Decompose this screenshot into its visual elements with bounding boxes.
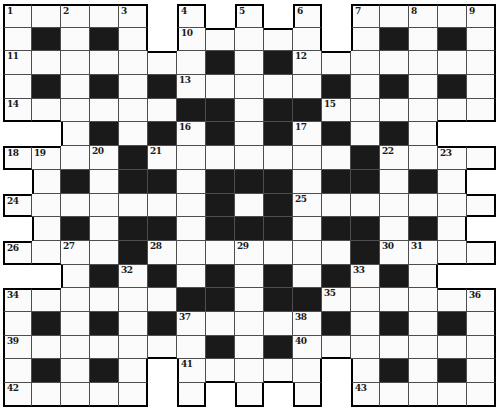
black-cell-r10-c15 <box>409 217 438 241</box>
letter-cell-r6-c11[interactable]: 17 <box>293 122 322 146</box>
letter-cell-r5-c1[interactable]: 14 <box>3 99 32 123</box>
letter-cell-r16-c8[interactable] <box>206 359 235 383</box>
letter-cell-r9-c7[interactable] <box>177 194 206 218</box>
letter-cell-r3-c4[interactable] <box>90 51 119 75</box>
letter-cell-r16-c13[interactable] <box>351 359 380 383</box>
black-cell-r12-c10 <box>264 265 293 289</box>
letter-cell-r2-c11[interactable] <box>293 28 322 52</box>
black-cell-r4-c12 <box>322 75 351 99</box>
letter-cell-r15-c15[interactable] <box>409 336 438 360</box>
letter-cell-r14-c1[interactable] <box>3 312 32 336</box>
clue-number-24: 24 <box>7 196 19 206</box>
letter-cell-r15-c12[interactable] <box>322 336 351 360</box>
letter-cell-r13-c3[interactable] <box>61 288 90 312</box>
letter-cell-r17-c9[interactable] <box>235 383 264 407</box>
letter-cell-r5-c6[interactable] <box>148 99 177 123</box>
letter-cell-r6-c13[interactable] <box>351 122 380 146</box>
letter-cell-r2-c1[interactable] <box>3 28 32 52</box>
letter-cell-r17-c7[interactable] <box>177 383 206 407</box>
black-cell-r8-c10 <box>264 170 293 194</box>
letter-cell-r17-c2[interactable] <box>32 383 61 407</box>
letter-cell-r15-c17[interactable] <box>467 336 496 360</box>
letter-cell-r2-c13[interactable] <box>351 28 380 52</box>
letter-cell-r5-c14[interactable] <box>380 99 409 123</box>
letter-cell-r13-c17[interactable]: 36 <box>467 288 496 312</box>
letter-cell-r9-c3[interactable] <box>61 194 90 218</box>
letter-cell-r5-c13[interactable] <box>351 99 380 123</box>
grid-cutout-r8-c17 <box>467 170 496 194</box>
letter-cell-r8-c14[interactable] <box>380 170 409 194</box>
letter-cell-r12-c9[interactable] <box>235 265 264 289</box>
black-cell-r10-c6 <box>148 217 177 241</box>
letter-cell-r2-c17[interactable] <box>467 28 496 52</box>
letter-cell-r16-c11[interactable] <box>293 359 322 383</box>
black-cell-r3-c10 <box>264 51 293 75</box>
letter-cell-r7-c7[interactable] <box>177 146 206 170</box>
letter-cell-r3-c5[interactable] <box>119 51 148 75</box>
letter-cell-r2-c5[interactable] <box>119 28 148 52</box>
letter-cell-r12-c11[interactable] <box>293 265 322 289</box>
letter-cell-r14-c7[interactable]: 37 <box>177 312 206 336</box>
letter-cell-r5-c12[interactable]: 15 <box>322 99 351 123</box>
letter-cell-r14-c15[interactable] <box>409 312 438 336</box>
letter-cell-r17-c17[interactable] <box>467 383 496 407</box>
grid-cutout-r2-c12 <box>322 28 351 52</box>
letter-cell-r11-c14[interactable]: 30 <box>380 241 409 265</box>
letter-cell-r16-c5[interactable] <box>119 359 148 383</box>
clue-number-13: 13 <box>179 75 191 85</box>
clue-number-17: 17 <box>295 122 307 132</box>
letter-cell-r15-c1[interactable]: 39 <box>3 336 32 360</box>
black-cell-r2-c4 <box>90 28 119 52</box>
letter-cell-r17-c15[interactable] <box>409 383 438 407</box>
letter-cell-r13-c14[interactable] <box>380 288 409 312</box>
black-cell-r8-c3 <box>61 170 90 194</box>
letter-cell-r16-c9[interactable] <box>235 359 264 383</box>
black-cell-r8-c6 <box>148 170 177 194</box>
letter-cell-r13-c9[interactable] <box>235 288 264 312</box>
letter-cell-r10-c11[interactable] <box>293 217 322 241</box>
black-cell-r14-c12 <box>322 312 351 336</box>
letter-cell-r15-c9[interactable] <box>235 336 264 360</box>
black-cell-r12-c8 <box>206 265 235 289</box>
letter-cell-r15-c11[interactable]: 40 <box>293 336 322 360</box>
clue-number-38: 38 <box>295 312 307 322</box>
letter-cell-r9-c6[interactable] <box>148 194 177 218</box>
letter-cell-r9-c9[interactable] <box>235 194 264 218</box>
letter-cell-r5-c5[interactable] <box>119 99 148 123</box>
letter-cell-r4-c7[interactable]: 13 <box>177 75 206 99</box>
black-cell-r8-c12 <box>322 170 351 194</box>
black-cell-r12-c6 <box>148 265 177 289</box>
grid-cutout-r12-c16 <box>438 265 467 289</box>
letter-cell-r5-c16[interactable] <box>438 99 467 123</box>
clue-number-2: 2 <box>63 6 69 16</box>
letter-cell-r7-c3[interactable] <box>61 146 90 170</box>
black-cell-r12-c4 <box>90 265 119 289</box>
letter-cell-r4-c8[interactable] <box>206 75 235 99</box>
letter-cell-r9-c15[interactable] <box>409 194 438 218</box>
black-cell-r2-c2 <box>32 28 61 52</box>
clue-number-12: 12 <box>295 51 307 61</box>
black-cell-r11-c13 <box>351 241 380 265</box>
letter-cell-r9-c16[interactable] <box>438 194 467 218</box>
letter-cell-r17-c4[interactable] <box>90 383 119 407</box>
letter-cell-r17-c13[interactable]: 43 <box>351 383 380 407</box>
letter-cell-r6-c15[interactable] <box>409 122 438 146</box>
letter-cell-r6-c3[interactable] <box>61 122 90 146</box>
black-cell-r12-c14 <box>380 265 409 289</box>
letter-cell-r4-c5[interactable] <box>119 75 148 99</box>
black-cell-r13-c7 <box>177 288 206 312</box>
letter-cell-r3-c14[interactable] <box>380 51 409 75</box>
grid-cutout-r10-c17 <box>467 217 496 241</box>
letter-cell-r17-c5[interactable] <box>119 383 148 407</box>
clue-number-31: 31 <box>411 241 423 251</box>
black-cell-r5-c11 <box>293 99 322 123</box>
letter-cell-r16-c10[interactable] <box>264 359 293 383</box>
letter-cell-r15-c2[interactable] <box>32 336 61 360</box>
letter-cell-r4-c3[interactable] <box>61 75 90 99</box>
letter-cell-r11-c4[interactable] <box>90 241 119 265</box>
black-cell-r8-c8 <box>206 170 235 194</box>
black-cell-r6-c6 <box>148 122 177 146</box>
letter-cell-r15-c5[interactable] <box>119 336 148 360</box>
black-cell-r7-c5 <box>119 146 148 170</box>
black-cell-r2-c14 <box>380 28 409 52</box>
letter-cell-r8-c16[interactable] <box>438 170 467 194</box>
letter-cell-r16-c7[interactable]: 41 <box>177 359 206 383</box>
letter-cell-r14-c8[interactable] <box>206 312 235 336</box>
letter-cell-r8-c7[interactable] <box>177 170 206 194</box>
letter-cell-r9-c14[interactable] <box>380 194 409 218</box>
letter-cell-r1-c16[interactable] <box>438 4 467 28</box>
clue-number-20: 20 <box>92 146 104 156</box>
letter-cell-r5-c9[interactable] <box>235 99 264 123</box>
letter-cell-r11-c8[interactable] <box>206 241 235 265</box>
letter-cell-r14-c5[interactable] <box>119 312 148 336</box>
grid-cutout-r6-c16 <box>438 122 467 146</box>
letter-cell-r10-c2[interactable] <box>32 217 61 241</box>
letter-cell-r7-c17[interactable] <box>467 146 496 170</box>
letter-cell-r1-c17[interactable]: 9 <box>467 4 496 28</box>
letter-cell-r5-c4[interactable] <box>90 99 119 123</box>
letter-cell-r1-c11[interactable]: 6 <box>293 4 322 28</box>
letter-cell-r9-c5[interactable] <box>119 194 148 218</box>
clue-number-8: 8 <box>411 6 417 16</box>
black-cell-r5-c10 <box>264 99 293 123</box>
letter-cell-r2-c3[interactable] <box>61 28 90 52</box>
clue-number-23: 23 <box>440 148 452 158</box>
clue-number-28: 28 <box>150 241 162 251</box>
letter-cell-r7-c16[interactable]: 23 <box>438 146 467 170</box>
letter-cell-r7-c9[interactable] <box>235 146 264 170</box>
letter-cell-r13-c16[interactable] <box>438 288 467 312</box>
grid-cutout-r10-c1 <box>3 217 32 241</box>
grid-cutout-r16-c12 <box>322 359 351 383</box>
letter-cell-r7-c4[interactable]: 20 <box>90 146 119 170</box>
letter-cell-r15-c13[interactable] <box>351 336 380 360</box>
letter-cell-r11-c12[interactable] <box>322 241 351 265</box>
letter-cell-r3-c3[interactable] <box>61 51 90 75</box>
letter-cell-r3-c13[interactable] <box>351 51 380 75</box>
grid-cutout-r12-c1 <box>3 265 32 289</box>
letter-cell-r3-c11[interactable]: 12 <box>293 51 322 75</box>
letter-cell-r13-c13[interactable] <box>351 288 380 312</box>
letter-cell-r16-c1[interactable] <box>3 359 32 383</box>
black-cell-r5-c8 <box>206 99 235 123</box>
letter-cell-r14-c17[interactable] <box>467 312 496 336</box>
letter-cell-r1-c9[interactable]: 5 <box>235 4 264 28</box>
black-cell-r6-c14 <box>380 122 409 146</box>
clue-number-37: 37 <box>179 312 191 322</box>
black-cell-r10-c5 <box>119 217 148 241</box>
letter-cell-r15-c7[interactable] <box>177 336 206 360</box>
grid-cutout-r6-c1 <box>3 122 32 146</box>
black-cell-r16-c2 <box>32 359 61 383</box>
letter-cell-r1-c2[interactable] <box>32 4 61 28</box>
letter-cell-r11-c10[interactable] <box>264 241 293 265</box>
letter-cell-r11-c9[interactable]: 29 <box>235 241 264 265</box>
letter-cell-r11-c6[interactable]: 28 <box>148 241 177 265</box>
letter-cell-r13-c12[interactable]: 35 <box>322 288 351 312</box>
clue-number-35: 35 <box>324 288 336 298</box>
letter-cell-r7-c6[interactable]: 21 <box>148 146 177 170</box>
clue-number-19: 19 <box>34 148 46 158</box>
letter-cell-r2-c8[interactable] <box>206 28 235 52</box>
letter-cell-r11-c11[interactable] <box>293 241 322 265</box>
letter-cell-r10-c16[interactable] <box>438 217 467 241</box>
black-cell-r10-c12 <box>322 217 351 241</box>
clue-number-22: 22 <box>382 146 394 156</box>
letter-cell-r4-c17[interactable] <box>467 75 496 99</box>
letter-cell-r7-c2[interactable]: 19 <box>32 146 61 170</box>
clue-number-25: 25 <box>295 194 307 204</box>
letter-cell-r13-c6[interactable] <box>148 288 177 312</box>
black-cell-r13-c10 <box>264 288 293 312</box>
letter-cell-r14-c11[interactable]: 38 <box>293 312 322 336</box>
letter-cell-r10-c4[interactable] <box>90 217 119 241</box>
black-cell-r8-c15 <box>409 170 438 194</box>
letter-cell-r16-c17[interactable] <box>467 359 496 383</box>
letter-cell-r7-c8[interactable] <box>206 146 235 170</box>
black-cell-r2-c16 <box>438 28 467 52</box>
letter-cell-r5-c15[interactable] <box>409 99 438 123</box>
black-cell-r15-c10 <box>264 336 293 360</box>
letter-cell-r11-c2[interactable] <box>32 241 61 265</box>
letter-cell-r14-c10[interactable] <box>264 312 293 336</box>
letter-cell-r4-c11[interactable] <box>293 75 322 99</box>
letter-cell-r9-c1[interactable]: 24 <box>3 194 32 218</box>
clue-number-15: 15 <box>324 99 336 109</box>
letter-cell-r10-c7[interactable] <box>177 217 206 241</box>
letter-cell-r11-c15[interactable]: 31 <box>409 241 438 265</box>
letter-cell-r15-c16[interactable] <box>438 336 467 360</box>
clue-number-27: 27 <box>63 241 75 251</box>
letter-cell-r7-c10[interactable] <box>264 146 293 170</box>
crossword-board: 1234567891011121314151617181920212223242… <box>3 4 496 407</box>
letter-cell-r15-c6[interactable] <box>148 336 177 360</box>
letter-cell-r1-c5[interactable]: 3 <box>119 4 148 28</box>
black-cell-r15-c8 <box>206 336 235 360</box>
clue-number-3: 3 <box>121 6 127 16</box>
letter-cell-r8-c2[interactable] <box>32 170 61 194</box>
letter-cell-r1-c7[interactable]: 4 <box>177 4 206 28</box>
black-cell-r10-c8 <box>206 217 235 241</box>
letter-cell-r7-c14[interactable]: 22 <box>380 146 409 170</box>
letter-cell-r16-c3[interactable] <box>61 359 90 383</box>
letter-cell-r12-c7[interactable] <box>177 265 206 289</box>
letter-cell-r4-c10[interactable] <box>264 75 293 99</box>
letter-cell-r11-c3[interactable]: 27 <box>61 241 90 265</box>
letter-cell-r9-c4[interactable] <box>90 194 119 218</box>
letter-cell-r3-c17[interactable] <box>467 51 496 75</box>
letter-cell-r11-c17[interactable] <box>467 241 496 265</box>
letter-cell-r4-c1[interactable] <box>3 75 32 99</box>
letter-cell-r15-c4[interactable] <box>90 336 119 360</box>
grid-cutout-r12-c2 <box>32 265 61 289</box>
letter-cell-r13-c15[interactable] <box>409 288 438 312</box>
letter-cell-r3-c6[interactable] <box>148 51 177 75</box>
letter-cell-r3-c12[interactable] <box>322 51 351 75</box>
clue-number-1: 1 <box>7 6 13 16</box>
letter-cell-r3-c1[interactable]: 11 <box>3 51 32 75</box>
grid-cutout-r1-c12 <box>322 4 351 28</box>
letter-cell-r7-c12[interactable] <box>322 146 351 170</box>
grid-cutout-r17-c10 <box>264 383 293 407</box>
clue-number-26: 26 <box>7 243 19 253</box>
letter-cell-r7-c15[interactable] <box>409 146 438 170</box>
letter-cell-r1-c14[interactable] <box>380 4 409 28</box>
letter-cell-r3-c7[interactable] <box>177 51 206 75</box>
grid-cutout-r17-c6 <box>148 383 177 407</box>
letter-cell-r17-c14[interactable] <box>380 383 409 407</box>
letter-cell-r15-c14[interactable] <box>380 336 409 360</box>
black-cell-r4-c14 <box>380 75 409 99</box>
clue-number-42: 42 <box>7 383 19 393</box>
letter-cell-r12-c3[interactable] <box>61 265 90 289</box>
letter-cell-r9-c2[interactable] <box>32 194 61 218</box>
black-cell-r10-c13 <box>351 217 380 241</box>
letter-cell-r17-c3[interactable] <box>61 383 90 407</box>
black-cell-r5-c7 <box>177 99 206 123</box>
letter-cell-r12-c5[interactable]: 32 <box>119 265 148 289</box>
letter-cell-r1-c1[interactable]: 1 <box>3 4 32 28</box>
clue-number-30: 30 <box>382 241 394 251</box>
letter-cell-r3-c9[interactable] <box>235 51 264 75</box>
letter-cell-r16-c15[interactable] <box>409 359 438 383</box>
letter-cell-r17-c16[interactable] <box>438 383 467 407</box>
letter-cell-r4-c15[interactable] <box>409 75 438 99</box>
clue-number-43: 43 <box>355 383 367 393</box>
letter-cell-r14-c3[interactable] <box>61 312 90 336</box>
black-cell-r13-c8 <box>206 288 235 312</box>
letter-cell-r9-c11[interactable]: 25 <box>293 194 322 218</box>
letter-cell-r6-c9[interactable] <box>235 122 264 146</box>
clue-number-29: 29 <box>237 241 249 251</box>
letter-cell-r2-c9[interactable] <box>235 28 264 52</box>
letter-cell-r13-c4[interactable] <box>90 288 119 312</box>
letter-cell-r13-c1[interactable]: 34 <box>3 288 32 312</box>
grid-cutout-r2-c6 <box>148 28 177 52</box>
letter-cell-r17-c11[interactable] <box>293 383 322 407</box>
letter-cell-r4-c9[interactable] <box>235 75 264 99</box>
letter-cell-r15-c3[interactable] <box>61 336 90 360</box>
black-cell-r11-c5 <box>119 241 148 265</box>
black-cell-r6-c4 <box>90 122 119 146</box>
letter-cell-r8-c4[interactable] <box>90 170 119 194</box>
letter-cell-r2-c7[interactable]: 10 <box>177 28 206 52</box>
letter-cell-r5-c17[interactable] <box>467 99 496 123</box>
black-cell-r16-c16 <box>438 359 467 383</box>
letter-cell-r9-c13[interactable] <box>351 194 380 218</box>
grid-cutout-r6-c2 <box>32 122 61 146</box>
letter-cell-r14-c9[interactable] <box>235 312 264 336</box>
letter-cell-r11-c16[interactable] <box>438 241 467 265</box>
black-cell-r14-c14 <box>380 312 409 336</box>
letter-cell-r9-c17[interactable] <box>467 194 496 218</box>
letter-cell-r6-c7[interactable]: 16 <box>177 122 206 146</box>
grid-cutout-r8-c1 <box>3 170 32 194</box>
letter-cell-r14-c13[interactable] <box>351 312 380 336</box>
letter-cell-r4-c13[interactable] <box>351 75 380 99</box>
letter-cell-r11-c1[interactable]: 26 <box>3 241 32 265</box>
black-cell-r16-c14 <box>380 359 409 383</box>
letter-cell-r13-c5[interactable] <box>119 288 148 312</box>
clue-number-40: 40 <box>295 336 307 346</box>
clue-number-5: 5 <box>239 6 245 16</box>
letter-cell-r1-c15[interactable]: 8 <box>409 4 438 28</box>
letter-cell-r11-c7[interactable] <box>177 241 206 265</box>
letter-cell-r1-c3[interactable]: 2 <box>61 4 90 28</box>
letter-cell-r1-c4[interactable] <box>90 4 119 28</box>
letter-cell-r3-c15[interactable] <box>409 51 438 75</box>
letter-cell-r1-c13[interactable]: 7 <box>351 4 380 28</box>
letter-cell-r3-c16[interactable] <box>438 51 467 75</box>
letter-cell-r8-c11[interactable] <box>293 170 322 194</box>
clue-number-6: 6 <box>297 6 303 16</box>
letter-cell-r13-c2[interactable] <box>32 288 61 312</box>
clue-number-11: 11 <box>7 51 19 61</box>
black-cell-r6-c8 <box>206 122 235 146</box>
letter-cell-r7-c11[interactable] <box>293 146 322 170</box>
letter-cell-r12-c13[interactable]: 33 <box>351 265 380 289</box>
black-cell-r14-c16 <box>438 312 467 336</box>
clue-number-9: 9 <box>469 6 475 16</box>
black-cell-r14-c6 <box>148 312 177 336</box>
letter-cell-r5-c3[interactable] <box>61 99 90 123</box>
letter-cell-r7-c1[interactable]: 18 <box>3 146 32 170</box>
grid-cutout-r17-c12 <box>322 383 351 407</box>
black-cell-r3-c8 <box>206 51 235 75</box>
clue-number-34: 34 <box>7 290 19 300</box>
letter-cell-r2-c10[interactable] <box>264 28 293 52</box>
letter-cell-r5-c2[interactable] <box>32 99 61 123</box>
letter-cell-r9-c12[interactable] <box>322 194 351 218</box>
grid-cutout-r6-c17 <box>467 122 496 146</box>
letter-cell-r17-c1[interactable]: 42 <box>3 383 32 407</box>
black-cell-r8-c5 <box>119 170 148 194</box>
grid-cutout-r16-c6 <box>148 359 177 383</box>
black-cell-r9-c8 <box>206 194 235 218</box>
letter-cell-r3-c2[interactable] <box>32 51 61 75</box>
letter-cell-r12-c15[interactable] <box>409 265 438 289</box>
letter-cell-r10-c14[interactable] <box>380 217 409 241</box>
letter-cell-r2-c15[interactable] <box>409 28 438 52</box>
letter-cell-r6-c5[interactable] <box>119 122 148 146</box>
black-cell-r10-c10 <box>264 217 293 241</box>
black-cell-r4-c2 <box>32 75 61 99</box>
